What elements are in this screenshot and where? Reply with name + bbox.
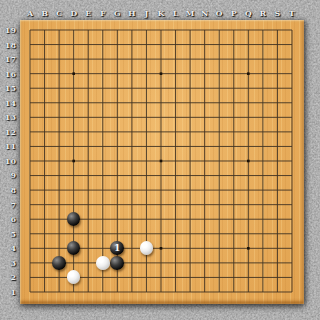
column-label: T	[289, 8, 295, 18]
row-label: 16	[5, 69, 17, 79]
column-label: J	[144, 8, 148, 18]
row-label: 9	[10, 170, 17, 180]
column-label: N	[201, 8, 208, 18]
row-label: 4	[10, 243, 17, 253]
column-label: B	[41, 8, 48, 18]
row-label: 13	[5, 112, 17, 122]
black-stone-D6	[67, 212, 81, 226]
white-stone-F3	[96, 256, 110, 270]
row-label: 12	[5, 127, 17, 137]
column-label: D	[70, 8, 77, 18]
column-label: L	[173, 8, 179, 18]
row-label: 5	[10, 229, 17, 239]
black-stone-G3	[110, 256, 124, 270]
column-label: Q	[245, 8, 252, 18]
row-label: 6	[10, 214, 17, 224]
black-stone-G4: 1	[110, 241, 124, 255]
column-label: P	[231, 8, 237, 18]
column-label: K	[157, 8, 164, 18]
column-label: A	[27, 8, 33, 18]
goban-surface[interactable]: 1	[20, 20, 304, 304]
column-label: R	[259, 8, 266, 18]
column-label: E	[85, 8, 91, 18]
white-stone-J4	[140, 241, 154, 255]
row-label: 15	[5, 83, 17, 93]
row-label: 10	[5, 156, 17, 166]
row-label: 11	[5, 141, 17, 151]
row-label: 7	[10, 200, 17, 210]
row-label: 18	[5, 40, 17, 50]
row-label: 14	[5, 98, 17, 108]
row-label: 3	[10, 258, 17, 268]
stones-layer: 1	[23, 23, 300, 300]
column-label: G	[114, 8, 121, 18]
column-label: O	[216, 8, 223, 18]
column-labels: ABCDEFGHJKLMNOPQRST	[23, 6, 300, 19]
row-label: 1	[10, 287, 17, 297]
column-label: S	[274, 8, 280, 18]
column-label: H	[128, 8, 136, 18]
row-label: 8	[10, 185, 17, 195]
column-label: F	[100, 8, 106, 18]
row-label: 2	[10, 272, 17, 282]
black-stone-D4	[67, 241, 81, 255]
row-labels: 19181716151413121110987654321	[0, 23, 17, 300]
black-stone-C3	[52, 256, 66, 270]
row-label: 19	[5, 25, 17, 35]
go-board-screenshot: ABCDEFGHJKLMNOPQRST 19181716151413121110…	[0, 0, 320, 320]
column-label: M	[186, 8, 195, 18]
move-number-label: 1	[114, 244, 120, 253]
white-stone-D2	[67, 270, 81, 284]
row-label: 17	[5, 54, 17, 64]
column-label: C	[56, 8, 62, 18]
